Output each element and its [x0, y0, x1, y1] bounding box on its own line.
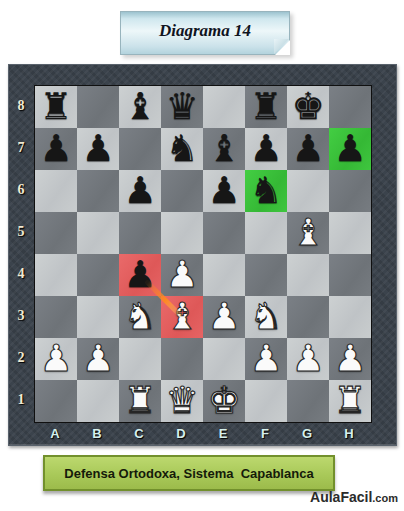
- piece-white-queen-d1: ♛: [161, 380, 203, 422]
- square-c1: ♜: [119, 380, 161, 422]
- piece-black-rook-a8: ♜: [35, 86, 77, 128]
- square-b4: [77, 254, 119, 296]
- square-c8: ♝: [119, 86, 161, 128]
- square-h1: ♜: [329, 380, 371, 422]
- square-g2: ♟: [287, 338, 329, 380]
- square-e7: ♝: [203, 128, 245, 170]
- file-label-f: F: [244, 424, 286, 445]
- square-a3: [35, 296, 77, 338]
- chess-board: ♜♝♛♜♚♟♟♞♝♟♟♟♟♟♞♝♟♟♞♝♟♞♟♟♟♟♟♜♛♚♜: [34, 85, 372, 423]
- piece-black-rook-f8: ♜: [245, 86, 287, 128]
- square-c3: ♞: [119, 296, 161, 338]
- square-a4: [35, 254, 77, 296]
- square-b5: [77, 212, 119, 254]
- square-d4: ♟: [161, 254, 203, 296]
- square-h6: [329, 170, 371, 212]
- piece-white-pawn-e3: ♟: [203, 296, 245, 338]
- rank-label-4: 4: [8, 253, 34, 295]
- piece-black-pawn-a7: ♟: [35, 128, 77, 170]
- rank-label-1: 1: [8, 379, 34, 421]
- file-labels: ABCDEFGH: [34, 424, 372, 445]
- square-d1: ♛: [161, 380, 203, 422]
- piece-black-bishop-c8: ♝: [119, 86, 161, 128]
- square-e2: [203, 338, 245, 380]
- piece-black-knight-f6: ♞: [245, 170, 287, 212]
- file-label-c: C: [118, 424, 160, 445]
- square-c4: ♟: [119, 254, 161, 296]
- diagram-title: Diagrama 14: [121, 21, 289, 41]
- piece-black-pawn-f7: ♟: [245, 128, 287, 170]
- file-label-h: H: [328, 424, 370, 445]
- square-f7: ♟: [245, 128, 287, 170]
- piece-white-knight-f3: ♞: [245, 296, 287, 338]
- square-d6: [161, 170, 203, 212]
- square-c6: ♟: [119, 170, 161, 212]
- square-f1: [245, 380, 287, 422]
- square-h7: ♟: [329, 128, 371, 170]
- file-label-b: B: [76, 424, 118, 445]
- piece-black-king-g8: ♚: [287, 86, 329, 128]
- chess-grid: ♜♝♛♜♚♟♟♞♝♟♟♟♟♟♞♝♟♟♞♝♟♞♟♟♟♟♟♜♛♚♜: [35, 86, 371, 422]
- square-a7: ♟: [35, 128, 77, 170]
- square-c2: [119, 338, 161, 380]
- square-e5: [203, 212, 245, 254]
- square-h3: [329, 296, 371, 338]
- watermark-name: AulaFacil: [310, 489, 372, 505]
- square-g3: [287, 296, 329, 338]
- square-h5: [329, 212, 371, 254]
- square-d5: [161, 212, 203, 254]
- square-b7: ♟: [77, 128, 119, 170]
- square-g4: [287, 254, 329, 296]
- rank-label-2: 2: [8, 337, 34, 379]
- square-d7: ♞: [161, 128, 203, 170]
- piece-white-pawn-g2: ♟: [287, 338, 329, 380]
- square-e6: ♟: [203, 170, 245, 212]
- square-a1: [35, 380, 77, 422]
- rank-label-6: 6: [8, 169, 34, 211]
- piece-white-pawn-a2: ♟: [35, 338, 77, 380]
- square-b3: [77, 296, 119, 338]
- rank-labels: 87654321: [8, 85, 34, 421]
- square-h8: [329, 86, 371, 128]
- square-d2: [161, 338, 203, 380]
- square-d3: ♝: [161, 296, 203, 338]
- file-label-d: D: [160, 424, 202, 445]
- piece-black-queen-d8: ♛: [161, 86, 203, 128]
- square-e8: [203, 86, 245, 128]
- square-g5: ♝: [287, 212, 329, 254]
- piece-white-pawn-d4: ♟: [161, 254, 203, 296]
- square-f2: ♟: [245, 338, 287, 380]
- square-h2: ♟: [329, 338, 371, 380]
- square-a2: ♟: [35, 338, 77, 380]
- square-e1: ♚: [203, 380, 245, 422]
- file-label-a: A: [34, 424, 76, 445]
- square-g8: ♚: [287, 86, 329, 128]
- square-b8: [77, 86, 119, 128]
- rank-label-7: 7: [8, 127, 34, 169]
- square-a6: [35, 170, 77, 212]
- square-c5: [119, 212, 161, 254]
- square-f8: ♜: [245, 86, 287, 128]
- file-label-e: E: [202, 424, 244, 445]
- square-a8: ♜: [35, 86, 77, 128]
- square-b1: [77, 380, 119, 422]
- piece-black-bishop-e7: ♝: [203, 128, 245, 170]
- square-e3: ♟: [203, 296, 245, 338]
- rank-label-8: 8: [8, 85, 34, 127]
- square-f4: [245, 254, 287, 296]
- rank-label-3: 3: [8, 295, 34, 337]
- rank-label-5: 5: [8, 211, 34, 253]
- square-e4: [203, 254, 245, 296]
- piece-white-rook-h1: ♜: [329, 380, 371, 422]
- piece-white-pawn-f2: ♟: [245, 338, 287, 380]
- chess-board-frame: 87654321 ♜♝♛♜♚♟♟♞♝♟♟♟♟♟♞♝♟♟♞♝♟♞♟♟♟♟♟♜♛♚♜…: [8, 64, 397, 446]
- caption-box: Defensa Ortodoxa, Sistema Capablanca: [43, 455, 335, 491]
- square-g1: [287, 380, 329, 422]
- piece-black-pawn-c6: ♟: [119, 170, 161, 212]
- file-label-g: G: [286, 424, 328, 445]
- square-b6: [77, 170, 119, 212]
- piece-white-bishop-d3: ♝: [161, 296, 203, 338]
- square-b2: ♟: [77, 338, 119, 380]
- watermark: AulaFacil.com: [310, 488, 398, 506]
- square-g7: ♟: [287, 128, 329, 170]
- caption-text: Defensa Ortodoxa, Sistema Capablanca: [64, 466, 313, 481]
- piece-black-pawn-e6: ♟: [203, 170, 245, 212]
- piece-white-pawn-h2: ♟: [329, 338, 371, 380]
- square-a5: [35, 212, 77, 254]
- watermark-tld: .com: [372, 492, 398, 504]
- piece-white-king-e1: ♚: [203, 380, 245, 422]
- square-d8: ♛: [161, 86, 203, 128]
- piece-white-knight-c3: ♞: [119, 296, 161, 338]
- square-f3: ♞: [245, 296, 287, 338]
- square-f6: ♞: [245, 170, 287, 212]
- piece-black-pawn-b7: ♟: [77, 128, 119, 170]
- piece-black-pawn-g7: ♟: [287, 128, 329, 170]
- square-f5: [245, 212, 287, 254]
- square-g6: [287, 170, 329, 212]
- piece-black-pawn-c4: ♟: [119, 254, 161, 296]
- piece-white-pawn-b2: ♟: [77, 338, 119, 380]
- square-c7: [119, 128, 161, 170]
- diagram-title-banner: Diagrama 14: [120, 11, 290, 55]
- piece-black-pawn-h7: ♟: [329, 128, 371, 170]
- piece-white-rook-c1: ♜: [119, 380, 161, 422]
- square-h4: [329, 254, 371, 296]
- page: Diagrama 14 87654321 ♜♝♛♜♚♟♟♞♝♟♟♟♟♟♞♝♟♟♞…: [0, 0, 404, 511]
- piece-black-knight-d7: ♞: [161, 128, 203, 170]
- piece-white-bishop-g5: ♝: [287, 212, 329, 254]
